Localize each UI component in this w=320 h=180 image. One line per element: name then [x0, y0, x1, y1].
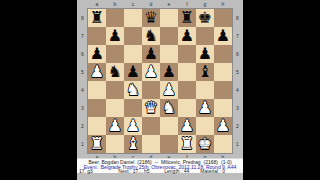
- square-f4[interactable]: [178, 81, 196, 99]
- file-label-c: c: [124, 0, 142, 8]
- square-g5[interactable]: ♝: [196, 63, 214, 81]
- moves-line: 17. g3 Next : 17... h5 Length : 44 Mater…: [77, 169, 243, 174]
- next-move: Next : 17... h5: [118, 169, 164, 174]
- square-h4[interactable]: [214, 81, 232, 99]
- piece-white-pawn: ♟: [126, 117, 140, 135]
- square-b1[interactable]: [106, 135, 124, 153]
- piece-black-knight: ♞: [108, 63, 122, 81]
- rank-label-3: 3: [232, 99, 243, 117]
- game-length: Length : 44: [164, 169, 200, 174]
- piece-black-rook: ♜: [180, 9, 194, 27]
- square-a5[interactable]: ♟: [88, 63, 106, 81]
- square-a7[interactable]: [88, 27, 106, 45]
- file-label-e: e: [160, 0, 178, 8]
- piece-white-bishop: ♝: [126, 135, 140, 153]
- video-frame: abcdefgh 87654321 87654321 ♜♛♜♚♟♞♟♟♟♟♟♟♞…: [0, 0, 320, 180]
- square-d7[interactable]: ♞: [142, 27, 160, 45]
- piece-black-pawn: ♟: [90, 45, 104, 63]
- piece-white-king: ♚: [198, 135, 212, 153]
- square-f6[interactable]: [178, 45, 196, 63]
- square-d4[interactable]: [142, 81, 160, 99]
- piece-white-pawn: ♟: [216, 117, 230, 135]
- square-c3[interactable]: [124, 99, 142, 117]
- square-a3[interactable]: [88, 99, 106, 117]
- square-c5[interactable]: ♟: [124, 63, 142, 81]
- file-label-b: b: [106, 0, 124, 8]
- square-e2[interactable]: [160, 117, 178, 135]
- square-c8[interactable]: [124, 9, 142, 27]
- rank-label-1: 1: [232, 135, 243, 153]
- square-h2[interactable]: ♟: [214, 117, 232, 135]
- square-d6[interactable]: ♟: [142, 45, 160, 63]
- piece-white-pawn: ♟: [144, 63, 158, 81]
- file-label-a: a: [88, 0, 106, 8]
- square-a2[interactable]: [88, 117, 106, 135]
- piece-white-pawn: ♟: [108, 117, 122, 135]
- square-e1[interactable]: [160, 135, 178, 153]
- rank-label-7: 7: [232, 27, 243, 45]
- square-b2[interactable]: ♟: [106, 117, 124, 135]
- square-f7[interactable]: ♟: [178, 27, 196, 45]
- piece-white-knight: ♞: [162, 99, 176, 117]
- square-b5[interactable]: ♞: [106, 63, 124, 81]
- square-d2[interactable]: [142, 117, 160, 135]
- square-f5[interactable]: [178, 63, 196, 81]
- chess-board: ♜♛♜♚♟♞♟♟♟♟♟♟♞♟♟♟♝♞♟♛♞♟♟♟♟♟♜♝♜♚: [87, 8, 233, 154]
- piece-white-queen: ♛: [144, 99, 158, 117]
- square-d5[interactable]: ♟: [142, 63, 160, 81]
- square-g1[interactable]: ♚: [196, 135, 214, 153]
- square-g4[interactable]: [196, 81, 214, 99]
- square-f8[interactable]: ♜: [178, 9, 196, 27]
- square-b6[interactable]: [106, 45, 124, 63]
- square-e5[interactable]: ♟: [160, 63, 178, 81]
- piece-white-pawn: ♟: [162, 81, 176, 99]
- file-label-f: f: [178, 0, 196, 8]
- material-balance: Material : 0: [200, 169, 243, 174]
- square-h3[interactable]: [214, 99, 232, 117]
- piece-black-pawn: ♟: [198, 45, 212, 63]
- piece-black-pawn: ♟: [180, 27, 194, 45]
- piece-white-rook: ♜: [90, 135, 104, 153]
- file-label-d: d: [142, 0, 160, 8]
- square-f3[interactable]: [178, 99, 196, 117]
- square-h8[interactable]: [214, 9, 232, 27]
- game-info-bar: Beer, Bogdan Daniel (2186) -- Milicevic,…: [77, 158, 243, 173]
- piece-black-king: ♚: [198, 9, 212, 27]
- square-g2[interactable]: [196, 117, 214, 135]
- file-labels-top: abcdefgh: [88, 0, 232, 8]
- square-h6[interactable]: [214, 45, 232, 63]
- square-h5[interactable]: [214, 63, 232, 81]
- square-h7[interactable]: ♟: [214, 27, 232, 45]
- square-b3[interactable]: [106, 99, 124, 117]
- square-b8[interactable]: [106, 9, 124, 27]
- rank-labels-right: 87654321: [232, 9, 243, 153]
- square-b7[interactable]: ♟: [106, 27, 124, 45]
- last-move: 17. g3: [79, 169, 118, 174]
- piece-black-bishop: ♝: [198, 63, 212, 81]
- square-f1[interactable]: ♜: [178, 135, 196, 153]
- piece-black-pawn: ♟: [162, 63, 176, 81]
- square-a8[interactable]: ♜: [88, 9, 106, 27]
- piece-black-pawn: ♟: [108, 27, 122, 45]
- square-e7[interactable]: [160, 27, 178, 45]
- piece-white-knight: ♞: [126, 81, 140, 99]
- piece-black-knight: ♞: [144, 27, 158, 45]
- rank-label-6: 6: [232, 45, 243, 63]
- square-d3[interactable]: ♛: [142, 99, 160, 117]
- square-a4[interactable]: [88, 81, 106, 99]
- piece-white-pawn: ♟: [198, 99, 212, 117]
- square-e3[interactable]: ♞: [160, 99, 178, 117]
- piece-black-pawn: ♟: [216, 27, 230, 45]
- piece-black-pawn: ♟: [144, 45, 158, 63]
- rank-label-4: 4: [232, 81, 243, 99]
- chess-app-panel: abcdefgh 87654321 87654321 ♜♛♜♚♟♞♟♟♟♟♟♟♞…: [77, 0, 243, 180]
- square-g8[interactable]: ♚: [196, 9, 214, 27]
- square-e4[interactable]: ♟: [160, 81, 178, 99]
- square-d1[interactable]: [142, 135, 160, 153]
- piece-black-rook: ♜: [90, 9, 104, 27]
- piece-black-queen: ♛: [144, 9, 158, 27]
- square-g6[interactable]: ♟: [196, 45, 214, 63]
- rank-label-8: 8: [232, 9, 243, 27]
- file-label-g: g: [196, 0, 214, 8]
- rank-label-2: 2: [232, 117, 243, 135]
- square-f2[interactable]: ♟: [178, 117, 196, 135]
- piece-black-pawn: ♟: [126, 63, 140, 81]
- square-h1[interactable]: [214, 135, 232, 153]
- square-c4[interactable]: ♞: [124, 81, 142, 99]
- piece-white-pawn: ♟: [90, 63, 104, 81]
- square-c7[interactable]: [124, 27, 142, 45]
- square-e6[interactable]: [160, 45, 178, 63]
- square-d8[interactable]: ♛: [142, 9, 160, 27]
- square-e8[interactable]: [160, 9, 178, 27]
- square-g7[interactable]: [196, 27, 214, 45]
- piece-white-pawn: ♟: [180, 117, 194, 135]
- square-c2[interactable]: ♟: [124, 117, 142, 135]
- piece-white-rook: ♜: [180, 135, 194, 153]
- square-a6[interactable]: ♟: [88, 45, 106, 63]
- square-c6[interactable]: [124, 45, 142, 63]
- square-c1[interactable]: ♝: [124, 135, 142, 153]
- square-a1[interactable]: ♜: [88, 135, 106, 153]
- rank-label-5: 5: [232, 63, 243, 81]
- file-label-h: h: [214, 0, 232, 8]
- square-b4[interactable]: [106, 81, 124, 99]
- square-g3[interactable]: ♟: [196, 99, 214, 117]
